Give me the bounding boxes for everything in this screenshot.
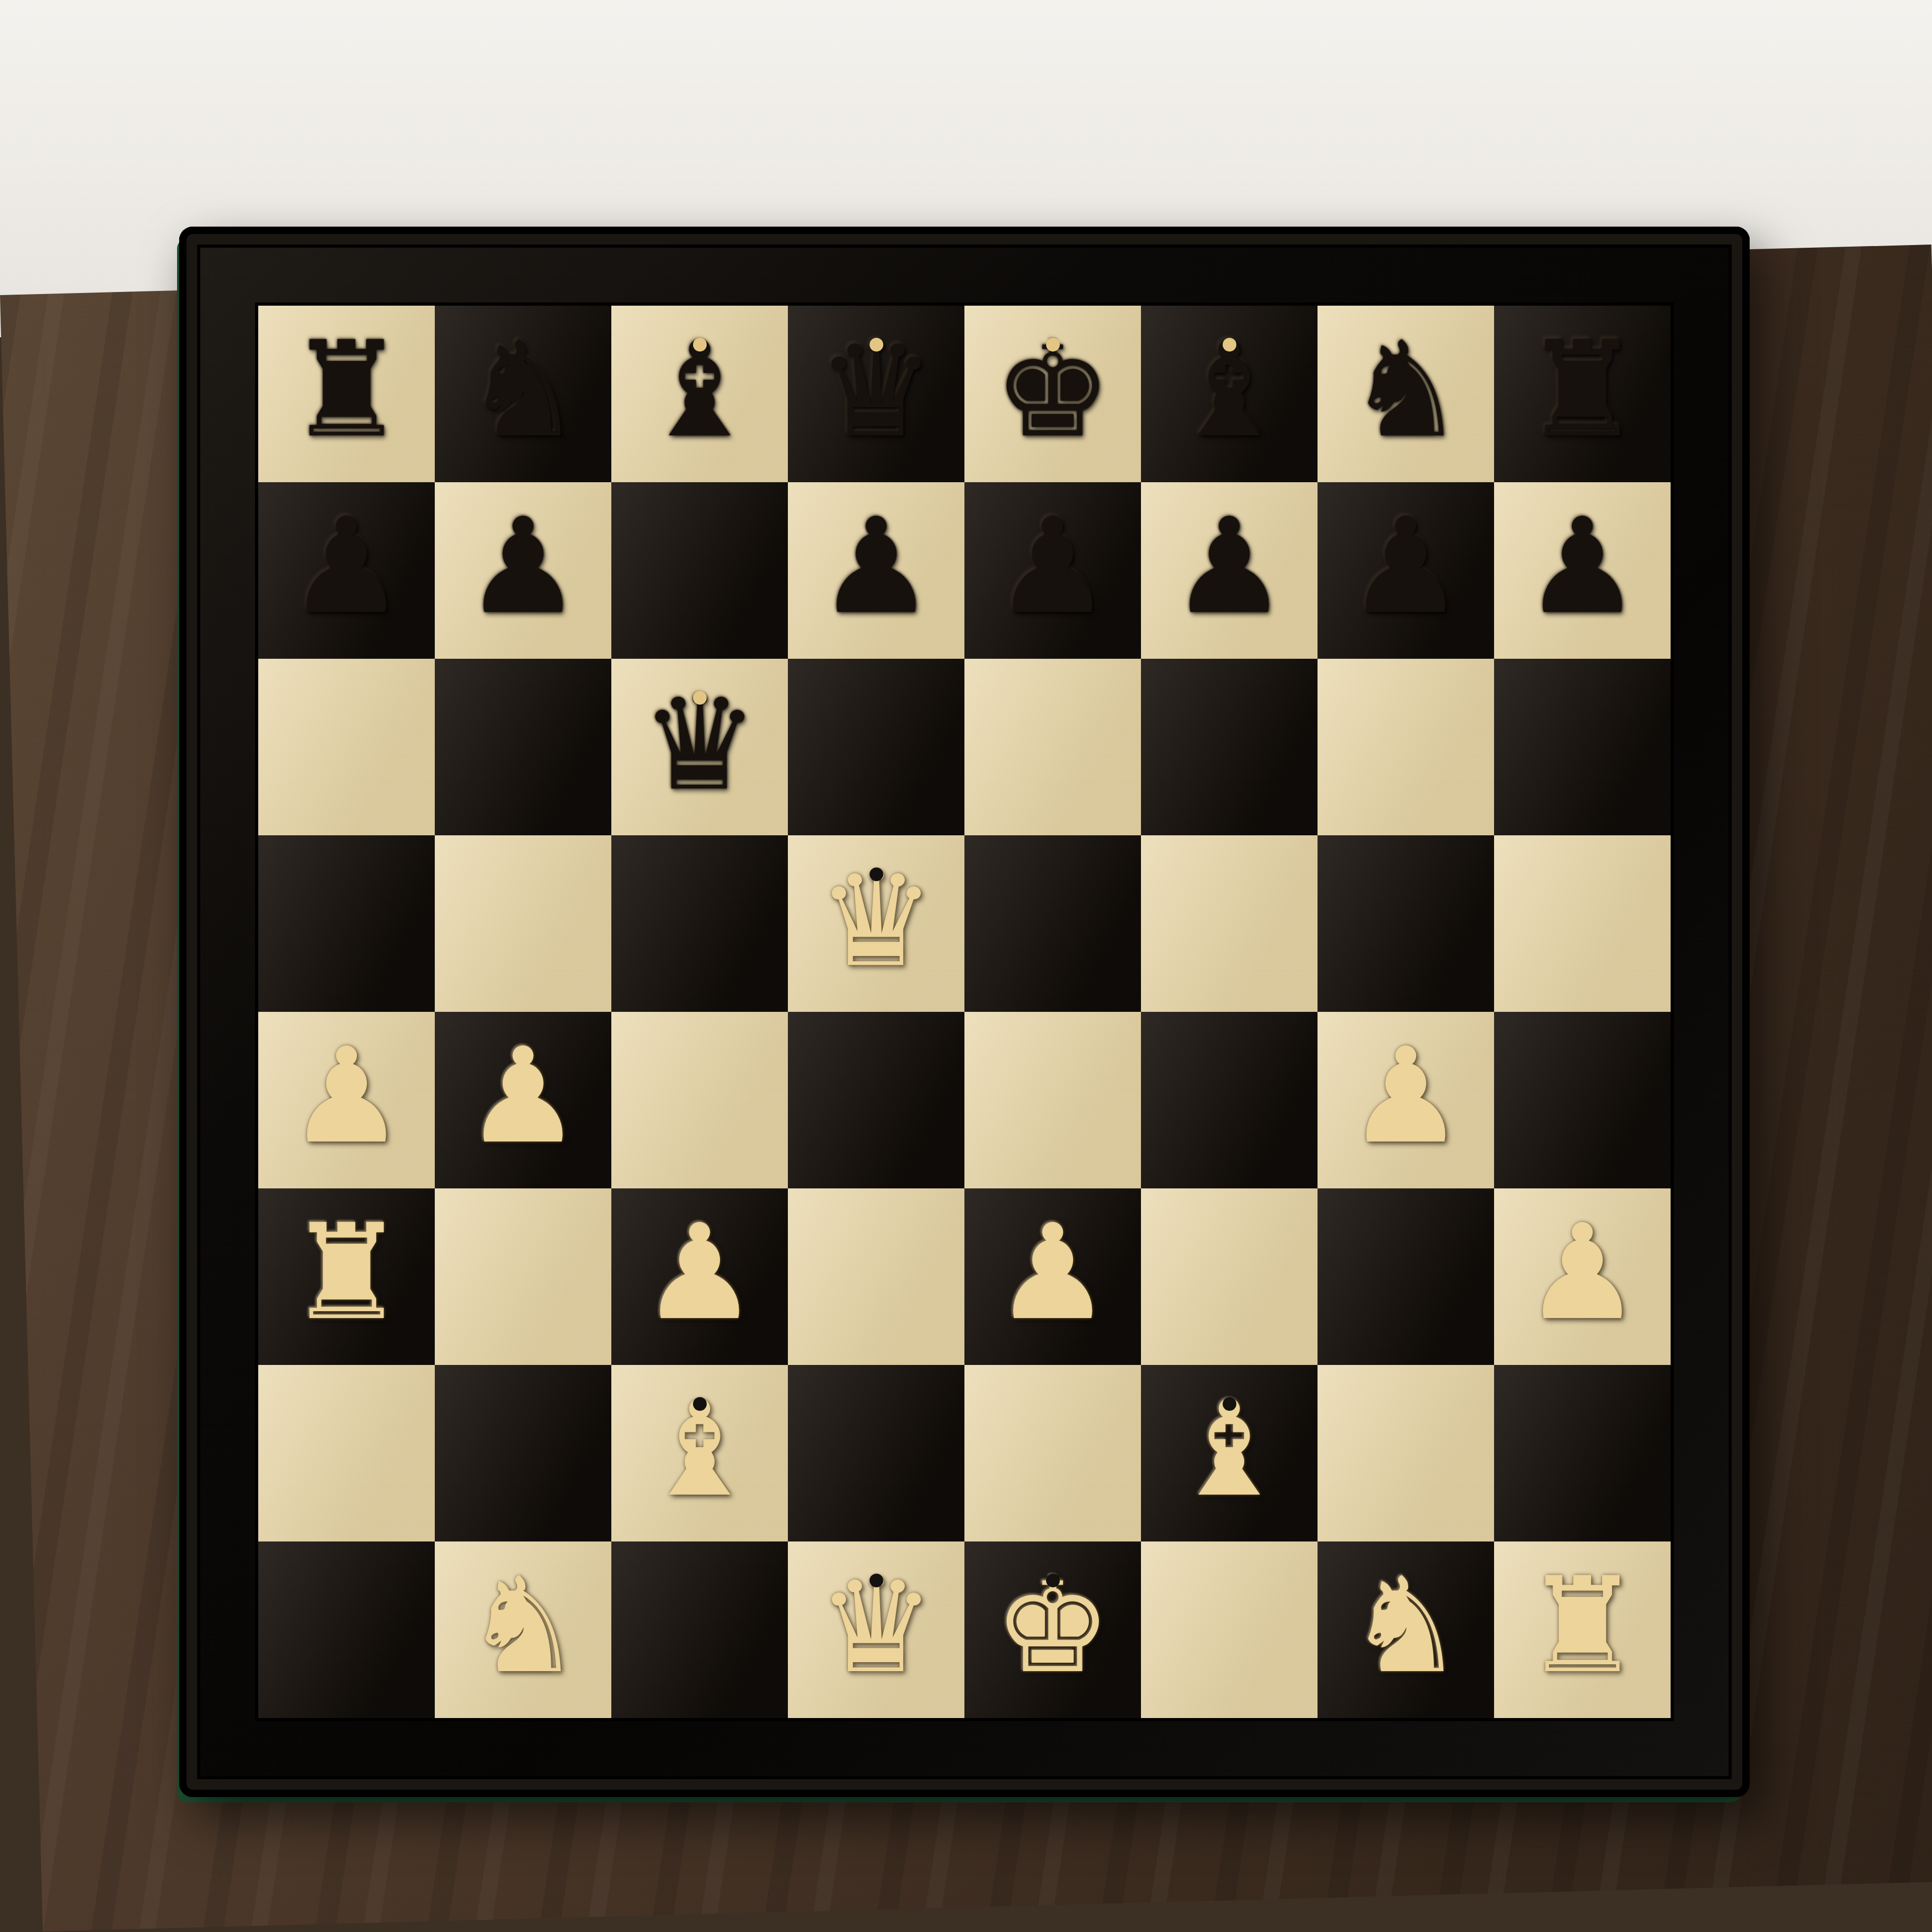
square-e4[interactable] [964,1012,1141,1188]
square-b2[interactable] [435,1365,611,1541]
square-b4[interactable]: ♟ [435,1012,611,1188]
square-g2[interactable] [1318,1365,1494,1541]
square-a6[interactable] [258,659,435,835]
square-a2[interactable] [258,1365,435,1541]
square-g3[interactable] [1318,1188,1494,1365]
black-knight-g8[interactable]: ♞ [1346,324,1465,456]
chessboard-frame: ♜♞♝♛♚♝♞♜♟♟♟♟♟♟♟♛♛♟♟♟♜♟♟♟♝♝♞♛♚♞♜ [179,227,1750,1797]
white-queen-d5[interactable]: ♛ [817,854,935,985]
black-pawn-d7[interactable]: ♟ [817,501,935,632]
square-c7[interactable] [611,482,788,659]
square-c5[interactable] [611,835,788,1012]
chessboard: ♜♞♝♛♚♝♞♜♟♟♟♟♟♟♟♛♛♟♟♟♜♟♟♟♝♝♞♛♚♞♜ [258,306,1671,1718]
square-a8[interactable]: ♜ [258,306,435,482]
square-g1[interactable]: ♞ [1318,1541,1494,1718]
square-f6[interactable] [1141,659,1318,835]
square-g4[interactable]: ♟ [1318,1012,1494,1188]
square-d3[interactable] [788,1188,964,1365]
square-e8[interactable]: ♚ [964,306,1141,482]
white-king-e1[interactable]: ♚ [993,1560,1111,1692]
square-b3[interactable] [435,1188,611,1365]
square-e7[interactable]: ♟ [964,482,1141,659]
square-e1[interactable]: ♚ [964,1541,1141,1718]
square-f4[interactable] [1141,1012,1318,1188]
square-h3[interactable]: ♟ [1494,1188,1671,1365]
square-c4[interactable] [611,1012,788,1188]
square-e2[interactable] [964,1365,1141,1541]
square-f3[interactable] [1141,1188,1318,1365]
square-a3[interactable]: ♜ [258,1188,435,1365]
square-a5[interactable] [258,835,435,1012]
square-f7[interactable]: ♟ [1141,482,1318,659]
square-a4[interactable]: ♟ [258,1012,435,1188]
square-g6[interactable] [1318,659,1494,835]
square-d5[interactable]: ♛ [788,835,964,1012]
square-f8[interactable]: ♝ [1141,306,1318,482]
square-d8[interactable]: ♛ [788,306,964,482]
white-pawn-h3[interactable]: ♟ [1523,1207,1641,1339]
square-e3[interactable]: ♟ [964,1188,1141,1365]
square-c8[interactable]: ♝ [611,306,788,482]
square-d4[interactable] [788,1012,964,1188]
square-c2[interactable]: ♝ [611,1365,788,1541]
square-g8[interactable]: ♞ [1318,306,1494,482]
white-bishop-f2[interactable]: ♝ [1170,1383,1288,1515]
white-bishop-c2[interactable]: ♝ [640,1383,758,1515]
white-pawn-e3[interactable]: ♟ [993,1207,1111,1339]
square-a7[interactable]: ♟ [258,482,435,659]
white-pawn-b4[interactable]: ♟ [464,1030,582,1162]
white-knight-g1[interactable]: ♞ [1346,1560,1465,1692]
black-rook-a8[interactable]: ♜ [287,324,405,456]
black-knight-b8[interactable]: ♞ [464,324,582,456]
square-g7[interactable]: ♟ [1318,482,1494,659]
white-pawn-c3[interactable]: ♟ [640,1207,758,1339]
white-pawn-g4[interactable]: ♟ [1346,1030,1465,1162]
black-pawn-a7[interactable]: ♟ [287,501,405,632]
black-pawn-b7[interactable]: ♟ [464,501,582,632]
square-f5[interactable] [1141,835,1318,1012]
square-b8[interactable]: ♞ [435,306,611,482]
black-pawn-e7[interactable]: ♟ [993,501,1111,632]
square-b7[interactable]: ♟ [435,482,611,659]
black-queen-d8[interactable]: ♛ [817,324,935,456]
square-d2[interactable] [788,1365,964,1541]
black-pawn-h7[interactable]: ♟ [1523,501,1641,632]
square-e5[interactable] [964,835,1141,1012]
white-pawn-a4[interactable]: ♟ [287,1030,405,1162]
square-h4[interactable] [1494,1012,1671,1188]
square-g5[interactable] [1318,835,1494,1012]
square-h5[interactable] [1494,835,1671,1012]
square-a1[interactable] [258,1541,435,1718]
square-h7[interactable]: ♟ [1494,482,1671,659]
black-pawn-f7[interactable]: ♟ [1170,501,1288,632]
black-bishop-c8[interactable]: ♝ [640,324,758,456]
white-knight-b1[interactable]: ♞ [464,1560,582,1692]
square-c6[interactable]: ♛ [611,659,788,835]
square-c3[interactable]: ♟ [611,1188,788,1365]
black-queen-c6[interactable]: ♛ [640,677,758,809]
square-h6[interactable] [1494,659,1671,835]
square-b1[interactable]: ♞ [435,1541,611,1718]
square-h8[interactable]: ♜ [1494,306,1671,482]
square-b5[interactable] [435,835,611,1012]
white-rook-h1[interactable]: ♜ [1523,1560,1641,1692]
black-king-e8[interactable]: ♚ [993,324,1111,456]
square-h1[interactable]: ♜ [1494,1541,1671,1718]
black-pawn-g7[interactable]: ♟ [1346,501,1465,632]
black-rook-h8[interactable]: ♜ [1523,324,1641,456]
square-f1[interactable] [1141,1541,1318,1718]
black-bishop-f8[interactable]: ♝ [1170,324,1288,456]
square-b6[interactable] [435,659,611,835]
square-d7[interactable]: ♟ [788,482,964,659]
white-queen-d1[interactable]: ♛ [817,1560,935,1692]
square-f2[interactable]: ♝ [1141,1365,1318,1541]
square-d6[interactable] [788,659,964,835]
white-rook-a3[interactable]: ♜ [287,1207,405,1339]
square-c1[interactable] [611,1541,788,1718]
square-e6[interactable] [964,659,1141,835]
square-h2[interactable] [1494,1365,1671,1541]
square-d1[interactable]: ♛ [788,1541,964,1718]
